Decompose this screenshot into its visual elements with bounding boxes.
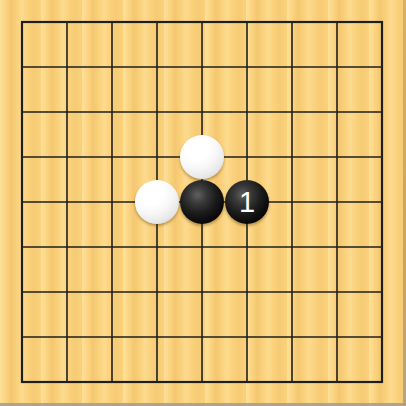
board-cell[interactable] [90, 45, 135, 90]
board-cell[interactable] [360, 90, 405, 135]
board-cell[interactable] [0, 315, 45, 360]
board-cell[interactable] [270, 360, 315, 405]
board-cell[interactable] [315, 270, 360, 315]
board-cell[interactable] [0, 270, 45, 315]
board-cell[interactable] [0, 0, 45, 45]
board-cell[interactable] [135, 0, 180, 45]
board-cell[interactable] [90, 180, 135, 225]
board-cell[interactable] [225, 0, 270, 45]
black-stone [180, 180, 224, 224]
board-cell[interactable] [180, 45, 225, 90]
board-cell[interactable] [45, 315, 90, 360]
board-cell[interactable] [360, 225, 405, 270]
board-cell[interactable] [90, 270, 135, 315]
board-cell[interactable] [135, 90, 180, 135]
board-cell[interactable] [45, 45, 90, 90]
board-cell[interactable] [90, 135, 135, 180]
board-cell[interactable] [225, 90, 270, 135]
board-cell[interactable] [270, 45, 315, 90]
board-cell[interactable] [315, 0, 360, 45]
board-cell[interactable] [45, 90, 90, 135]
board-cell[interactable] [180, 360, 225, 405]
board-cell[interactable] [90, 0, 135, 45]
board-cell[interactable] [360, 270, 405, 315]
board-cell[interactable] [135, 45, 180, 90]
board-cell[interactable] [270, 0, 315, 45]
board-cell[interactable] [360, 315, 405, 360]
board-cell[interactable] [135, 180, 180, 225]
board-cell[interactable] [0, 225, 45, 270]
board-cell[interactable] [225, 135, 270, 180]
board-cell[interactable] [225, 315, 270, 360]
board-cell[interactable] [315, 45, 360, 90]
board-cell[interactable] [225, 225, 270, 270]
board-cell[interactable] [360, 45, 405, 90]
go-board: 1 [0, 0, 406, 406]
board-cell[interactable] [270, 315, 315, 360]
board-cell[interactable] [315, 225, 360, 270]
board-grid: 1 [0, 0, 405, 405]
board-cell[interactable] [225, 270, 270, 315]
board-cell[interactable] [360, 180, 405, 225]
board-cell[interactable] [90, 360, 135, 405]
board-cell[interactable] [135, 135, 180, 180]
board-cell[interactable] [180, 270, 225, 315]
board-cell[interactable] [0, 360, 45, 405]
board-cell[interactable] [135, 225, 180, 270]
board-cell[interactable] [270, 180, 315, 225]
board-cell[interactable] [315, 315, 360, 360]
board-cell[interactable] [315, 135, 360, 180]
move-number-label: 1 [239, 188, 255, 217]
board-cell[interactable] [180, 0, 225, 45]
board-cell[interactable] [90, 315, 135, 360]
board-cell[interactable] [270, 270, 315, 315]
board-cell[interactable] [90, 225, 135, 270]
board-cell[interactable] [180, 90, 225, 135]
white-stone [180, 135, 224, 179]
board-cell[interactable] [180, 135, 225, 180]
board-cell[interactable] [180, 315, 225, 360]
board-cell[interactable] [180, 180, 225, 225]
white-stone [135, 180, 179, 224]
board-cell[interactable] [45, 180, 90, 225]
board-cell[interactable] [225, 45, 270, 90]
board-cell[interactable] [45, 135, 90, 180]
board-cell[interactable] [45, 360, 90, 405]
board-cell[interactable] [225, 360, 270, 405]
board-cell[interactable] [360, 360, 405, 405]
board-cell[interactable] [90, 90, 135, 135]
black-stone: 1 [225, 180, 269, 224]
board-cell[interactable]: 1 [225, 180, 270, 225]
board-cell[interactable] [0, 90, 45, 135]
board-cell[interactable] [135, 360, 180, 405]
board-cell[interactable] [360, 135, 405, 180]
board-cell[interactable] [0, 45, 45, 90]
board-cell[interactable] [270, 135, 315, 180]
board-cell[interactable] [270, 90, 315, 135]
board-cell[interactable] [135, 270, 180, 315]
board-cell[interactable] [180, 225, 225, 270]
board-cell[interactable] [315, 360, 360, 405]
board-cell[interactable] [0, 135, 45, 180]
board-cell[interactable] [45, 0, 90, 45]
board-cell[interactable] [360, 0, 405, 45]
board-cell[interactable] [0, 180, 45, 225]
board-cell[interactable] [45, 225, 90, 270]
board-cell[interactable] [270, 225, 315, 270]
board-cell[interactable] [135, 315, 180, 360]
board-cell[interactable] [45, 270, 90, 315]
board-cell[interactable] [315, 90, 360, 135]
board-cell[interactable] [315, 180, 360, 225]
